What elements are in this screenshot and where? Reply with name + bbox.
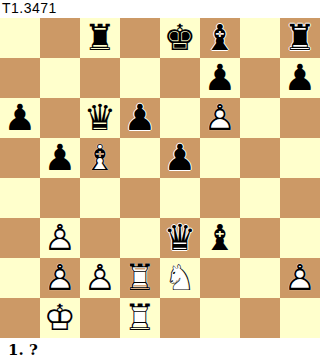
square-f6[interactable]: ♟♙ bbox=[200, 98, 240, 138]
square-d5[interactable] bbox=[120, 138, 160, 178]
square-f7[interactable]: ♟ bbox=[200, 58, 240, 98]
white-king-icon: ♚ bbox=[40, 298, 80, 338]
white-pawn-icon: ♟ bbox=[280, 258, 320, 298]
square-f2[interactable] bbox=[200, 258, 240, 298]
square-a4[interactable] bbox=[0, 178, 40, 218]
square-c8[interactable]: ♜ bbox=[80, 18, 120, 58]
square-d8[interactable] bbox=[120, 18, 160, 58]
white-pawn-icon: ♟ bbox=[80, 258, 120, 298]
square-b3[interactable]: ♟♙ bbox=[40, 218, 80, 258]
square-g1[interactable] bbox=[240, 298, 280, 338]
square-h3[interactable] bbox=[280, 218, 320, 258]
square-f4[interactable] bbox=[200, 178, 240, 218]
square-c6[interactable]: ♛ bbox=[80, 98, 120, 138]
black-rook-icon: ♜ bbox=[280, 18, 320, 58]
square-b4[interactable] bbox=[40, 178, 80, 218]
square-h1[interactable] bbox=[280, 298, 320, 338]
square-a7[interactable] bbox=[0, 58, 40, 98]
square-b7[interactable] bbox=[40, 58, 80, 98]
black-bishop-icon: ♝ bbox=[200, 218, 240, 258]
square-e5[interactable]: ♟ bbox=[160, 138, 200, 178]
square-e3[interactable]: ♛ bbox=[160, 218, 200, 258]
white-pawn-icon: ♙ bbox=[280, 258, 320, 298]
square-h8[interactable]: ♜ bbox=[280, 18, 320, 58]
square-a2[interactable] bbox=[0, 258, 40, 298]
move-prompt: 1. ? bbox=[0, 338, 320, 360]
square-a6[interactable]: ♟ bbox=[0, 98, 40, 138]
black-pawn-icon: ♟ bbox=[280, 58, 320, 98]
square-a3[interactable] bbox=[0, 218, 40, 258]
black-pawn-icon: ♟ bbox=[120, 98, 160, 138]
square-g5[interactable] bbox=[240, 138, 280, 178]
white-pawn-icon: ♙ bbox=[40, 218, 80, 258]
white-pawn-icon: ♙ bbox=[80, 258, 120, 298]
square-a5[interactable] bbox=[0, 138, 40, 178]
chess-board: ♜♚♝♜♟♟♟♛♟♟♙♟♝♗♟♟♙♛♝♟♙♟♙♜♖♞♘♟♙♚♔♜♖ bbox=[0, 18, 320, 338]
square-c5[interactable]: ♝♗ bbox=[80, 138, 120, 178]
white-pawn-icon: ♟ bbox=[40, 218, 80, 258]
square-b2[interactable]: ♟♙ bbox=[40, 258, 80, 298]
square-b8[interactable] bbox=[40, 18, 80, 58]
square-e4[interactable] bbox=[160, 178, 200, 218]
square-d4[interactable] bbox=[120, 178, 160, 218]
square-d7[interactable] bbox=[120, 58, 160, 98]
square-e2[interactable]: ♞♘ bbox=[160, 258, 200, 298]
white-bishop-icon: ♝ bbox=[80, 138, 120, 178]
square-e7[interactable] bbox=[160, 58, 200, 98]
black-king-icon: ♚ bbox=[160, 18, 200, 58]
black-pawn-icon: ♟ bbox=[160, 138, 200, 178]
square-d6[interactable]: ♟ bbox=[120, 98, 160, 138]
black-queen-icon: ♛ bbox=[160, 218, 200, 258]
black-bishop-icon: ♝ bbox=[200, 18, 240, 58]
white-pawn-icon: ♟ bbox=[200, 98, 240, 138]
square-a1[interactable] bbox=[0, 298, 40, 338]
white-pawn-icon: ♙ bbox=[40, 258, 80, 298]
square-h7[interactable]: ♟ bbox=[280, 58, 320, 98]
white-rook-icon: ♜ bbox=[120, 258, 160, 298]
white-knight-icon: ♞ bbox=[160, 258, 200, 298]
square-g3[interactable] bbox=[240, 218, 280, 258]
white-bishop-icon: ♗ bbox=[80, 138, 120, 178]
square-b6[interactable] bbox=[40, 98, 80, 138]
black-pawn-icon: ♟ bbox=[0, 98, 40, 138]
page-title: T1.3471 bbox=[0, 0, 320, 18]
square-h6[interactable] bbox=[280, 98, 320, 138]
square-c2[interactable]: ♟♙ bbox=[80, 258, 120, 298]
square-h2[interactable]: ♟♙ bbox=[280, 258, 320, 298]
white-rook-icon: ♜ bbox=[120, 298, 160, 338]
white-rook-icon: ♖ bbox=[120, 298, 160, 338]
square-c1[interactable] bbox=[80, 298, 120, 338]
square-h5[interactable] bbox=[280, 138, 320, 178]
white-pawn-icon: ♙ bbox=[200, 98, 240, 138]
square-f5[interactable] bbox=[200, 138, 240, 178]
square-f3[interactable]: ♝ bbox=[200, 218, 240, 258]
square-g7[interactable] bbox=[240, 58, 280, 98]
square-d3[interactable] bbox=[120, 218, 160, 258]
black-pawn-icon: ♟ bbox=[200, 58, 240, 98]
square-f8[interactable]: ♝ bbox=[200, 18, 240, 58]
square-g4[interactable] bbox=[240, 178, 280, 218]
white-rook-icon: ♖ bbox=[120, 258, 160, 298]
white-pawn-icon: ♟ bbox=[40, 258, 80, 298]
square-e6[interactable] bbox=[160, 98, 200, 138]
white-king-icon: ♔ bbox=[40, 298, 80, 338]
square-c7[interactable] bbox=[80, 58, 120, 98]
square-e8[interactable]: ♚ bbox=[160, 18, 200, 58]
square-h4[interactable] bbox=[280, 178, 320, 218]
black-rook-icon: ♜ bbox=[80, 18, 120, 58]
square-d1[interactable]: ♜♖ bbox=[120, 298, 160, 338]
square-c3[interactable] bbox=[80, 218, 120, 258]
square-g2[interactable] bbox=[240, 258, 280, 298]
square-g8[interactable] bbox=[240, 18, 280, 58]
square-e1[interactable] bbox=[160, 298, 200, 338]
square-a8[interactable] bbox=[0, 18, 40, 58]
square-b5[interactable]: ♟ bbox=[40, 138, 80, 178]
square-d2[interactable]: ♜♖ bbox=[120, 258, 160, 298]
square-c4[interactable] bbox=[80, 178, 120, 218]
square-g6[interactable] bbox=[240, 98, 280, 138]
black-queen-icon: ♛ bbox=[80, 98, 120, 138]
square-f1[interactable] bbox=[200, 298, 240, 338]
black-pawn-icon: ♟ bbox=[40, 138, 80, 178]
square-b1[interactable]: ♚♔ bbox=[40, 298, 80, 338]
white-knight-icon: ♘ bbox=[160, 258, 200, 298]
